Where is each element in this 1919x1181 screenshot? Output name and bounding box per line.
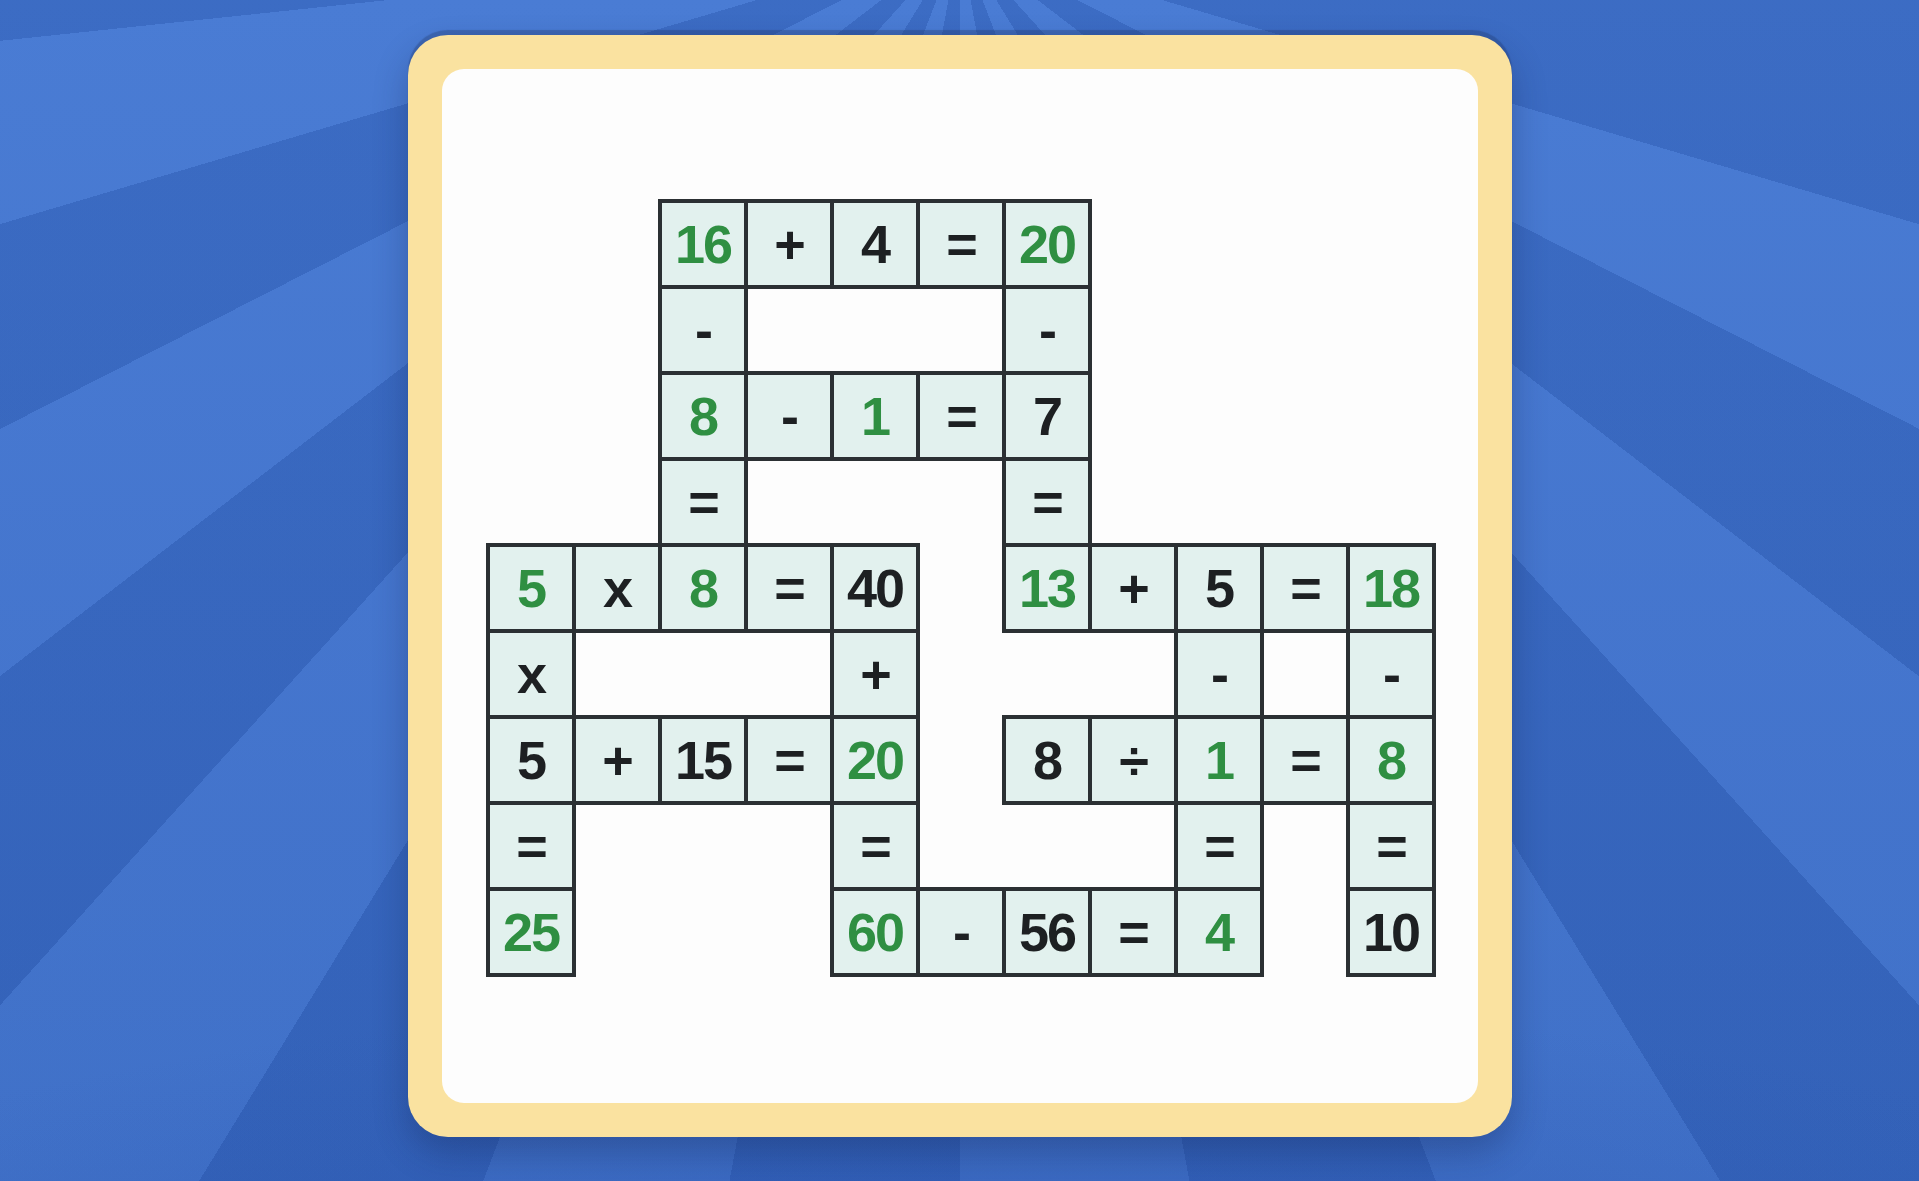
cell-r8c11: = xyxy=(1346,801,1436,891)
cell-r7c8: ÷ xyxy=(1088,715,1178,805)
cell-r7c9[interactable]: 1 xyxy=(1174,715,1264,805)
cell-r1c4: + xyxy=(744,199,834,289)
page: 16+4=20--8-1=7==5x8=4013+5=18x+--5+15=20… xyxy=(0,0,1919,1181)
cell-r7c4: = xyxy=(744,715,834,805)
cell-r4c3: = xyxy=(658,457,748,547)
cell-r7c5[interactable]: 20 xyxy=(830,715,920,805)
cell-r1c7[interactable]: 20 xyxy=(1002,199,1092,289)
math-crossword-board: 16+4=20--8-1=7==5x8=4013+5=18x+--5+15=20… xyxy=(486,199,1436,977)
cell-r9c8: = xyxy=(1088,887,1178,977)
cell-r3c4: - xyxy=(744,371,834,461)
cell-r9c9[interactable]: 4 xyxy=(1174,887,1264,977)
cell-r3c6: = xyxy=(916,371,1006,461)
cell-r9c1[interactable]: 25 xyxy=(486,887,576,977)
cell-r5c8: + xyxy=(1088,543,1178,633)
cell-r8c5: = xyxy=(830,801,920,891)
cell-r7c1: 5 xyxy=(486,715,576,805)
cell-r6c1: x xyxy=(486,629,576,719)
cell-r3c5[interactable]: 1 xyxy=(830,371,920,461)
cell-r9c7: 56 xyxy=(1002,887,1092,977)
cell-r4c7: = xyxy=(1002,457,1092,547)
cell-r6c5: + xyxy=(830,629,920,719)
cell-r3c3[interactable]: 8 xyxy=(658,371,748,461)
cell-r5c5: 40 xyxy=(830,543,920,633)
cell-r1c5: 4 xyxy=(830,199,920,289)
cell-r3c7: 7 xyxy=(1002,371,1092,461)
cell-r8c1: = xyxy=(486,801,576,891)
cell-r2c3: - xyxy=(658,285,748,375)
cell-r7c7: 8 xyxy=(1002,715,1092,805)
cell-r5c4: = xyxy=(744,543,834,633)
cell-r5c10: = xyxy=(1260,543,1350,633)
cell-r7c2: + xyxy=(572,715,662,805)
cell-r9c6: - xyxy=(916,887,1006,977)
cell-r1c6: = xyxy=(916,199,1006,289)
cell-r7c3: 15 xyxy=(658,715,748,805)
cell-r6c11: - xyxy=(1346,629,1436,719)
cell-r7c11[interactable]: 8 xyxy=(1346,715,1436,805)
cell-r9c5[interactable]: 60 xyxy=(830,887,920,977)
cell-r7c10: = xyxy=(1260,715,1350,805)
cell-r8c9: = xyxy=(1174,801,1264,891)
cell-r5c1[interactable]: 5 xyxy=(486,543,576,633)
cell-r6c9: - xyxy=(1174,629,1264,719)
cell-r1c3[interactable]: 16 xyxy=(658,199,748,289)
cell-r5c3[interactable]: 8 xyxy=(658,543,748,633)
cell-r5c11[interactable]: 18 xyxy=(1346,543,1436,633)
cell-r2c7: - xyxy=(1002,285,1092,375)
cell-r5c7[interactable]: 13 xyxy=(1002,543,1092,633)
cell-r5c9: 5 xyxy=(1174,543,1264,633)
cell-r5c2: x xyxy=(572,543,662,633)
cell-r9c11: 10 xyxy=(1346,887,1436,977)
